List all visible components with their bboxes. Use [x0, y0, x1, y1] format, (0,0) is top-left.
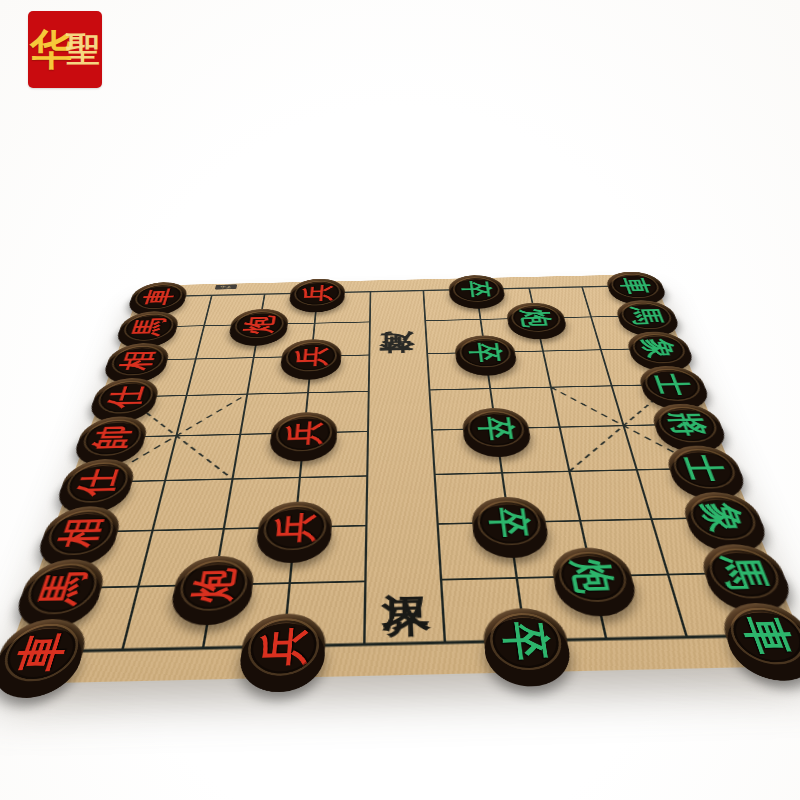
piece-character: 象: [638, 338, 680, 359]
piece-character: 相: [55, 517, 107, 548]
river-label-han-jie: 汉界: [372, 516, 437, 632]
piece-character: 相: [117, 350, 158, 371]
piece-character: 車: [140, 288, 177, 305]
scene: 华圣 楚河 汉界 車馬相仕帥仕相馬車炮炮兵兵兵兵兵卒卒卒卒卒炮炮車馬象士將士象馬…: [0, 0, 800, 800]
piece-character: 卒: [467, 342, 504, 363]
piece-character: 仕: [73, 468, 122, 496]
piece-character: 車: [616, 277, 654, 294]
piece-character: 馬: [715, 556, 773, 591]
piece-character: 馬: [34, 571, 90, 606]
piece-character: 馬: [129, 318, 168, 337]
piece-character: 仕: [104, 386, 147, 409]
piece-character: 象: [696, 502, 750, 533]
piece-character: 卒: [475, 416, 516, 441]
piece-character: 炮: [188, 568, 239, 603]
piece-character: 炮: [567, 559, 619, 594]
piece-character: 炮: [241, 315, 277, 334]
piece-character: 卒: [486, 507, 533, 538]
piece-character: 車: [11, 632, 72, 672]
piece-character: 兵: [272, 512, 317, 543]
piece-character: 兵: [284, 420, 324, 445]
piece-character: 將: [664, 412, 711, 437]
piece-character: 炮: [518, 309, 555, 328]
piece-character: 卒: [499, 621, 552, 661]
river-label-chu-he: 楚河: [374, 333, 424, 405]
piece-character: 帥: [89, 425, 135, 450]
piece-green-車: 車: [603, 271, 668, 301]
piece-character: 兵: [301, 284, 334, 301]
piece-character: 士: [651, 373, 695, 396]
piece-character: 車: [737, 616, 799, 655]
xiangqi-board: 华圣 楚河 汉界 車馬相仕帥仕相馬車炮炮兵兵兵兵兵卒卒卒卒卒炮炮車馬象士將士象馬…: [0, 274, 800, 684]
piece-character: 卒: [460, 281, 494, 298]
mat-brand-tag: 华圣: [215, 284, 237, 289]
piece-character: 兵: [293, 346, 329, 367]
piece-character: 兵: [257, 627, 309, 667]
piece-character: 馬: [627, 306, 667, 325]
piece-character: 士: [679, 455, 729, 483]
